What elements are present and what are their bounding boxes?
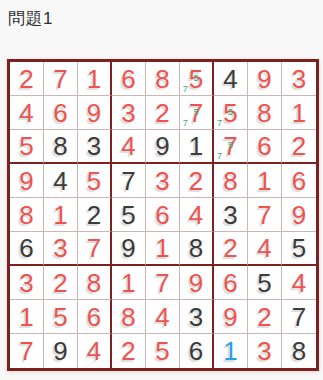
cell-value: 2 — [87, 202, 101, 228]
cell-value: 2 — [223, 235, 237, 261]
cell-value: 9 — [19, 168, 33, 194]
cell-r4c7[interactable]: 8 — [214, 164, 248, 198]
cell-value: 1 — [155, 235, 169, 261]
cell-r7c7[interactable]: 6 — [214, 266, 248, 300]
cell-value: 3 — [121, 100, 135, 126]
cell-value: 3 — [292, 66, 306, 92]
cell-r6c3[interactable]: 7 — [78, 232, 112, 266]
cell-value: 5 — [87, 168, 101, 194]
cell-value: 1 — [189, 133, 203, 159]
cell-value: 1 — [257, 168, 271, 194]
cell-value: 1 — [292, 100, 306, 126]
cell-value: 2 — [155, 100, 169, 126]
cell-r9c7[interactable]: 1 — [214, 334, 248, 368]
cell-r8c3[interactable]: 6 — [78, 300, 112, 334]
cell-value: 3 — [87, 133, 101, 159]
cell-r8c4[interactable]: 8 — [112, 300, 146, 334]
cell-r5c9[interactable]: 9 — [282, 198, 316, 232]
cell-value: 8 — [19, 202, 33, 228]
cell-r7c6[interactable]: 9 — [180, 266, 214, 300]
sudoku-board: 2716857549346932577575815834915776294573… — [7, 59, 319, 371]
cell-r1c4[interactable]: 6 — [112, 62, 146, 96]
cell-r4c4[interactable]: 7 — [112, 164, 146, 198]
cell-value: 3 — [19, 270, 33, 296]
cell-r6c9[interactable]: 5 — [282, 232, 316, 266]
cell-r9c8[interactable]: 3 — [248, 334, 282, 368]
cell-r5c3[interactable]: 2 — [78, 198, 112, 232]
cell-r1c6[interactable]: 575 — [180, 62, 214, 96]
cell-value: 5 — [223, 100, 237, 126]
cell-r7c2[interactable]: 2 — [44, 266, 78, 300]
cell-r4c6[interactable]: 2 — [180, 164, 214, 198]
cell-value: 8 — [53, 133, 67, 159]
cell-r2c6[interactable]: 577 — [180, 96, 214, 130]
cell-value: 9 — [155, 133, 169, 159]
cell-r8c2[interactable]: 5 — [44, 300, 78, 334]
cell-value: 9 — [121, 235, 135, 261]
cell-value: 3 — [189, 304, 203, 330]
cell-value: 4 — [189, 202, 203, 228]
cell-r8c5[interactable]: 4 — [146, 300, 180, 334]
cell-value: 4 — [292, 270, 306, 296]
cell-r5c8[interactable]: 7 — [248, 198, 282, 232]
cell-r1c7[interactable]: 4 — [214, 62, 248, 96]
cell-r2c7[interactable]: 575 — [214, 96, 248, 130]
cell-r9c1[interactable]: 7 — [10, 334, 44, 368]
cell-r7c9[interactable]: 4 — [282, 266, 316, 300]
cell-r6c2[interactable]: 3 — [44, 232, 78, 266]
cell-r4c1[interactable]: 9 — [10, 164, 44, 198]
cell-r9c5[interactable]: 5 — [146, 334, 180, 368]
cell-r3c1[interactable]: 5 — [10, 130, 44, 164]
cell-value: 7 — [19, 338, 33, 364]
cell-r3c6[interactable]: 1 — [180, 130, 214, 164]
cell-r3c5[interactable]: 9 — [146, 130, 180, 164]
cell-r4c8[interactable]: 1 — [248, 164, 282, 198]
cell-value: 4 — [257, 235, 271, 261]
cell-value: 5 — [19, 133, 33, 159]
cell-value: 4 — [19, 100, 33, 126]
cell-value: 1 — [223, 338, 237, 364]
cell-value: 7 — [257, 202, 271, 228]
cell-value: 2 — [53, 270, 67, 296]
cell-r2c5[interactable]: 2 — [146, 96, 180, 130]
cell-r3c4[interactable]: 4 — [112, 130, 146, 164]
cell-r7c3[interactable]: 8 — [78, 266, 112, 300]
cell-r5c6[interactable]: 4 — [180, 198, 214, 232]
cell-r2c9[interactable]: 1 — [282, 96, 316, 130]
cell-value: 7 — [223, 133, 237, 159]
cell-r6c1[interactable]: 6 — [10, 232, 44, 266]
cell-value: 3 — [155, 168, 169, 194]
page-title: 問題1 — [8, 7, 53, 30]
cell-value: 8 — [189, 235, 203, 261]
cell-r3c9[interactable]: 2 — [282, 130, 316, 164]
cell-value: 2 — [19, 66, 33, 92]
cell-r8c1[interactable]: 1 — [10, 300, 44, 334]
cell-r5c2[interactable]: 1 — [44, 198, 78, 232]
cell-r3c2[interactable]: 8 — [44, 130, 78, 164]
cell-r7c8[interactable]: 5 — [248, 266, 282, 300]
cell-value: 6 — [257, 133, 271, 159]
cell-r4c9[interactable]: 6 — [282, 164, 316, 198]
cell-r6c8[interactable]: 4 — [248, 232, 282, 266]
cell-r4c2[interactable]: 4 — [44, 164, 78, 198]
cell-value: 1 — [121, 270, 135, 296]
cell-value: 2 — [189, 168, 203, 194]
cell-value: 9 — [53, 338, 67, 364]
cell-r7c4[interactable]: 1 — [112, 266, 146, 300]
cell-r2c1[interactable]: 4 — [10, 96, 44, 130]
cell-r1c8[interactable]: 9 — [248, 62, 282, 96]
cell-value: 5 — [155, 338, 169, 364]
cell-r1c2[interactable]: 7 — [44, 62, 78, 96]
cell-value: 3 — [223, 202, 237, 228]
cell-value: 6 — [155, 202, 169, 228]
cell-value: 6 — [292, 168, 306, 194]
cell-value: 7 — [87, 235, 101, 261]
cell-r5c5[interactable]: 6 — [146, 198, 180, 232]
cell-value: 5 — [121, 202, 135, 228]
cell-r7c1[interactable]: 3 — [10, 266, 44, 300]
cell-value: 6 — [53, 100, 67, 126]
cell-value: 4 — [121, 133, 135, 159]
cell-value: 5 — [53, 304, 67, 330]
cell-r8c9[interactable]: 7 — [282, 300, 316, 334]
cell-r1c9[interactable]: 3 — [282, 62, 316, 96]
cell-r4c5[interactable]: 3 — [146, 164, 180, 198]
cell-r9c3[interactable]: 4 — [78, 334, 112, 368]
cell-r3c7[interactable]: 577 — [214, 130, 248, 164]
cell-r1c3[interactable]: 1 — [78, 62, 112, 96]
cell-value: 7 — [155, 270, 169, 296]
cell-value: 9 — [87, 100, 101, 126]
cell-value: 3 — [257, 338, 271, 364]
cell-value: 6 — [19, 235, 33, 261]
cell-value: 4 — [223, 66, 237, 92]
cell-value: 4 — [53, 168, 67, 194]
cell-r6c5[interactable]: 1 — [146, 232, 180, 266]
cell-r4c3[interactable]: 5 — [78, 164, 112, 198]
cell-r8c6[interactable]: 3 — [180, 300, 214, 334]
cell-r6c4[interactable]: 9 — [112, 232, 146, 266]
cell-r8c8[interactable]: 2 — [248, 300, 282, 334]
cell-r7c5[interactable]: 7 — [146, 266, 180, 300]
cell-value: 7 — [53, 66, 67, 92]
cell-value: 7 — [121, 168, 135, 194]
cell-value: 6 — [223, 270, 237, 296]
cell-value: 8 — [292, 338, 306, 364]
cell-r2c4[interactable]: 3 — [112, 96, 146, 130]
cell-value: 7 — [292, 304, 306, 330]
cell-r5c7[interactable]: 3 — [214, 198, 248, 232]
cell-value: 8 — [257, 100, 271, 126]
cell-r1c1[interactable]: 2 — [10, 62, 44, 96]
cell-value: 2 — [121, 338, 135, 364]
cell-r1c5[interactable]: 8 — [146, 62, 180, 96]
cell-value: 6 — [189, 338, 203, 364]
cell-value: 9 — [257, 66, 271, 92]
cell-r8c7[interactable]: 9 — [214, 300, 248, 334]
cell-r3c8[interactable]: 6 — [248, 130, 282, 164]
cell-value: 8 — [155, 66, 169, 92]
cell-r9c9[interactable]: 8 — [282, 334, 316, 368]
cell-value: 4 — [155, 304, 169, 330]
cell-r6c6[interactable]: 8 — [180, 232, 214, 266]
cell-value: 9 — [223, 304, 237, 330]
cell-value: 6 — [121, 66, 135, 92]
cell-value: 1 — [87, 66, 101, 92]
cell-value: 2 — [257, 304, 271, 330]
cell-value: 4 — [87, 338, 101, 364]
cell-r2c8[interactable]: 8 — [248, 96, 282, 130]
cell-value: 7 — [189, 100, 203, 126]
cell-value: 9 — [189, 270, 203, 296]
cell-value: 8 — [87, 270, 101, 296]
cell-r5c1[interactable]: 8 — [10, 198, 44, 232]
cell-r2c3[interactable]: 9 — [78, 96, 112, 130]
cell-r3c3[interactable]: 3 — [78, 130, 112, 164]
cell-value: 8 — [223, 168, 237, 194]
cell-r9c6[interactable]: 6 — [180, 334, 214, 368]
cell-value: 6 — [87, 304, 101, 330]
cell-value: 5 — [292, 235, 306, 261]
cell-value: 5 — [257, 270, 271, 296]
cell-r2c2[interactable]: 6 — [44, 96, 78, 130]
cell-r6c7[interactable]: 2 — [214, 232, 248, 266]
cell-value: 3 — [53, 235, 67, 261]
cell-r5c4[interactable]: 5 — [112, 198, 146, 232]
cell-r9c4[interactable]: 2 — [112, 334, 146, 368]
cell-value: 9 — [292, 202, 306, 228]
cell-value: 1 — [53, 202, 67, 228]
cell-r9c2[interactable]: 9 — [44, 334, 78, 368]
cell-value: 8 — [121, 304, 135, 330]
cell-value: 2 — [292, 133, 306, 159]
cell-value: 1 — [19, 304, 33, 330]
cell-value: 5 — [189, 66, 203, 92]
